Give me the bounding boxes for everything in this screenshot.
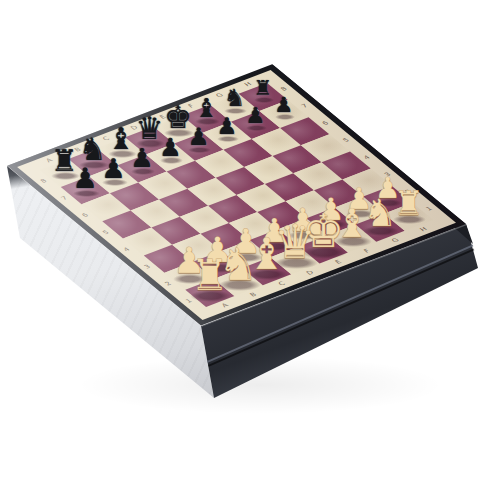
chess-set-product-photo: AA11BB22CC33DD44EE55FF66GG77HH88 ♜♞♟♝♟♚♟… bbox=[0, 0, 500, 500]
